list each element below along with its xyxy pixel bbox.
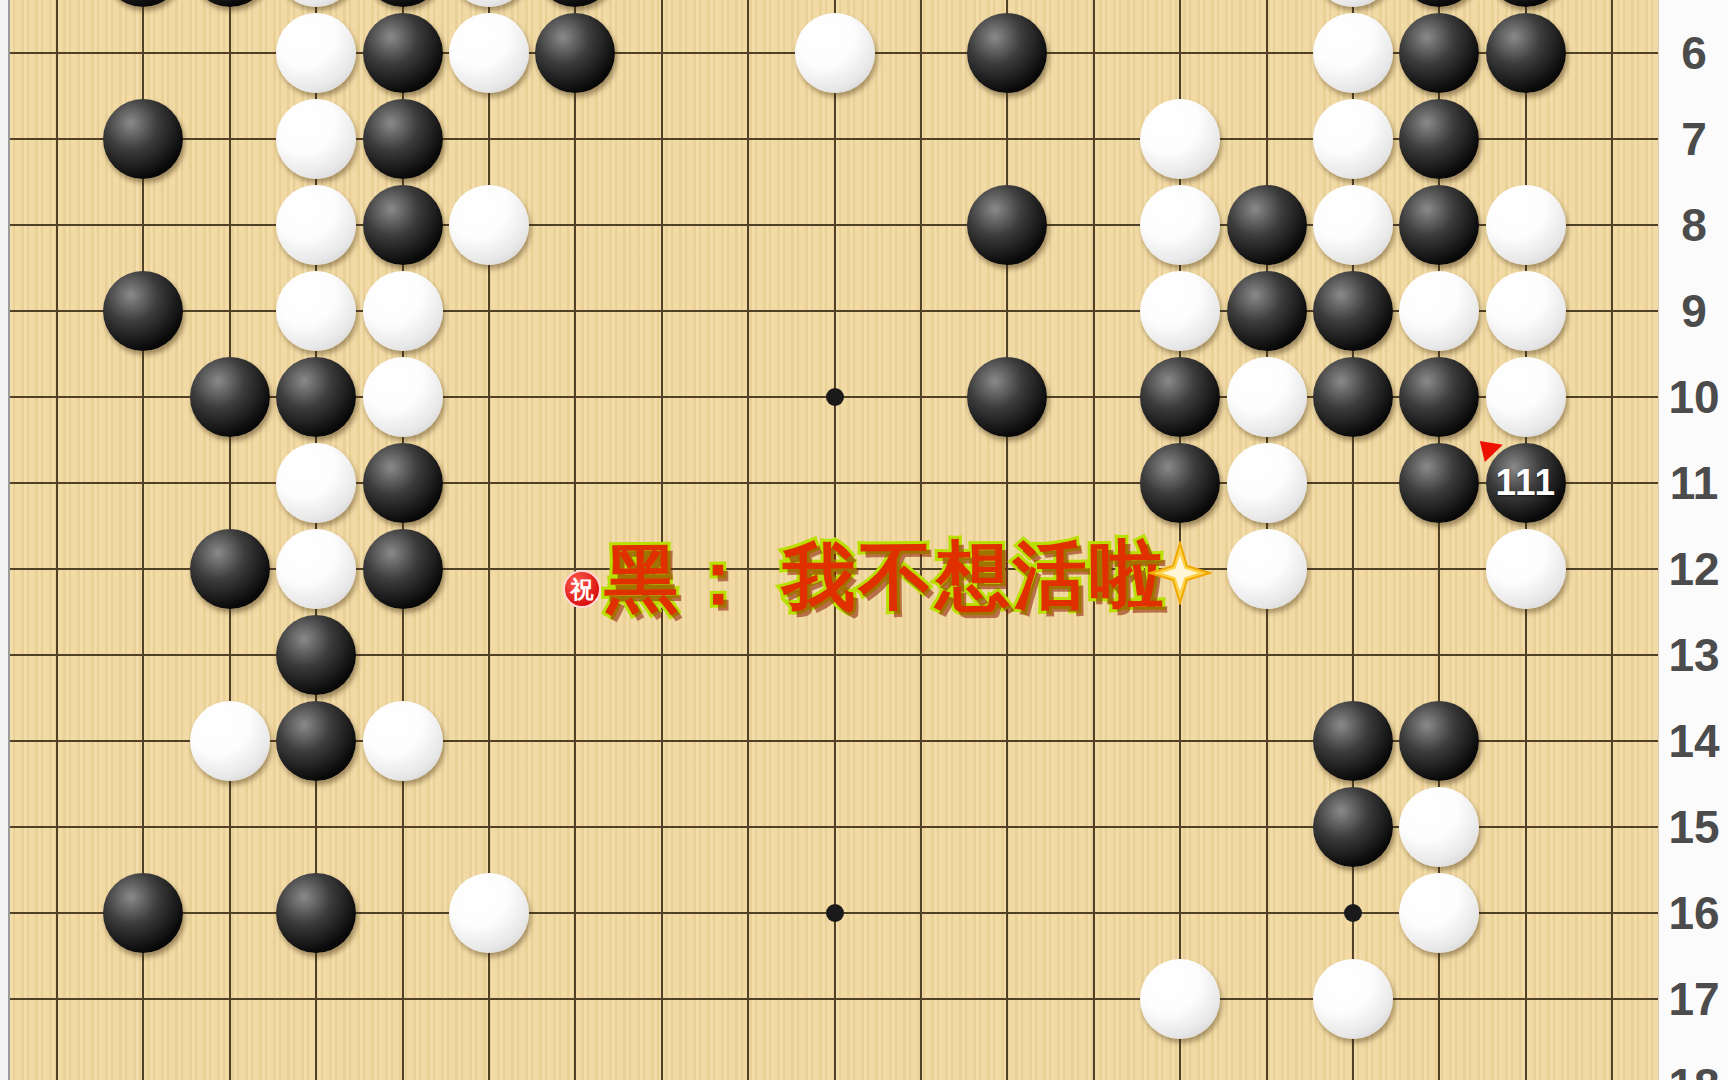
white-stone (1399, 787, 1479, 867)
black-stone (535, 13, 615, 93)
black-stone (1399, 701, 1479, 781)
white-stone (276, 13, 356, 93)
white-stone (363, 271, 443, 351)
white-stone (1486, 185, 1566, 265)
black-stone (190, 357, 270, 437)
row-label: 14 (1659, 714, 1728, 768)
white-stone (1227, 443, 1307, 523)
white-stone (1399, 873, 1479, 953)
black-stone (190, 529, 270, 609)
row-label: 16 (1659, 886, 1728, 940)
white-stone (1486, 357, 1566, 437)
white-stone (1313, 13, 1393, 93)
white-stone (276, 529, 356, 609)
black-stone (1140, 357, 1220, 437)
black-stone (276, 615, 356, 695)
row-label: 18 (1659, 1058, 1728, 1080)
black-stone (1140, 443, 1220, 523)
black-stone (276, 357, 356, 437)
white-stone (1140, 959, 1220, 1039)
grid-vline (1611, 0, 1613, 1080)
row-label: 7 (1659, 112, 1728, 166)
black-stone: 111 (1486, 443, 1566, 523)
white-stone (449, 873, 529, 953)
black-stone (363, 529, 443, 609)
white-stone (276, 185, 356, 265)
black-stone (1313, 701, 1393, 781)
row-label: 9 (1659, 284, 1728, 338)
go-board[interactable]: 111 (10, 0, 1658, 1080)
white-stone (1140, 271, 1220, 351)
black-stone (1313, 787, 1393, 867)
white-stone (1140, 185, 1220, 265)
white-stone (1313, 185, 1393, 265)
white-stone (1313, 99, 1393, 179)
black-stone (967, 13, 1047, 93)
black-stone (967, 357, 1047, 437)
white-stone (1140, 99, 1220, 179)
grid-vline (1006, 0, 1008, 1080)
row-label: 12 (1659, 542, 1728, 596)
black-stone (1227, 185, 1307, 265)
white-stone (1227, 357, 1307, 437)
white-stone (276, 0, 356, 7)
white-stone (276, 271, 356, 351)
white-stone (449, 0, 529, 7)
row-label: 6 (1659, 26, 1728, 80)
white-stone (795, 13, 875, 93)
black-stone (363, 185, 443, 265)
black-stone (1486, 13, 1566, 93)
white-stone (1313, 0, 1393, 7)
black-stone (1399, 99, 1479, 179)
row-label: 11 (1659, 456, 1728, 510)
white-stone (363, 357, 443, 437)
star-point (826, 388, 844, 406)
black-stone (103, 271, 183, 351)
grid-vline (661, 0, 663, 1080)
grid-vline (747, 0, 749, 1080)
white-stone (449, 185, 529, 265)
black-stone (276, 701, 356, 781)
black-stone (1399, 13, 1479, 93)
row-label: 8 (1659, 198, 1728, 252)
black-stone (363, 443, 443, 523)
star-point (1344, 904, 1362, 922)
go-app-screenshot: 111 祝 黑： 我不想活啦 6789101112131415161718 (0, 0, 1728, 1080)
black-stone (363, 0, 443, 7)
star-point (826, 904, 844, 922)
white-stone (449, 13, 529, 93)
black-stone (276, 873, 356, 953)
black-stone (363, 99, 443, 179)
black-stone (103, 99, 183, 179)
black-stone (535, 0, 615, 7)
grid-vline (1093, 0, 1095, 1080)
black-stone (363, 13, 443, 93)
white-stone (1313, 959, 1393, 1039)
grid-vline (56, 0, 58, 1080)
black-stone (1313, 357, 1393, 437)
row-label: 17 (1659, 972, 1728, 1026)
white-stone (1486, 529, 1566, 609)
row-label: 13 (1659, 628, 1728, 682)
black-stone (103, 0, 183, 7)
black-stone (1399, 357, 1479, 437)
white-stone (1486, 271, 1566, 351)
white-stone (363, 701, 443, 781)
move-number-label: 111 (1486, 443, 1566, 523)
white-stone (276, 443, 356, 523)
row-label-strip: 6789101112131415161718 (1658, 0, 1728, 1080)
black-stone (1399, 185, 1479, 265)
white-stone (1399, 271, 1479, 351)
grid-vline (574, 0, 576, 1080)
row-label: 10 (1659, 370, 1728, 424)
white-stone (276, 99, 356, 179)
black-stone (190, 0, 270, 7)
black-stone (103, 873, 183, 953)
black-stone (1399, 443, 1479, 523)
left-panel-edge (0, 0, 10, 1080)
black-stone (1313, 271, 1393, 351)
black-stone (1399, 0, 1479, 7)
white-stone (190, 701, 270, 781)
row-label: 15 (1659, 800, 1728, 854)
black-stone (967, 185, 1047, 265)
black-stone (1227, 271, 1307, 351)
black-stone (1486, 0, 1566, 7)
grid-vline (920, 0, 922, 1080)
white-stone (1227, 529, 1307, 609)
